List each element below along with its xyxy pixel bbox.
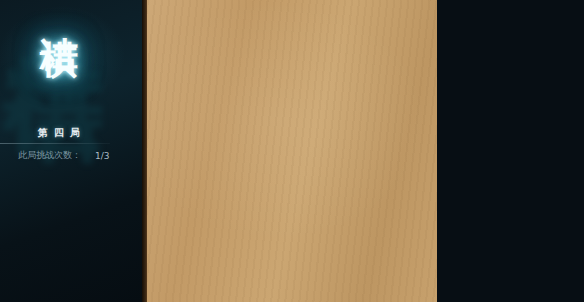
puzzle-title-calligraphy: 诘棋 — [40, 6, 78, 14]
go-board[interactable]: 312 — [142, 0, 443, 302]
challenge-attempts-label: 此局挑战次数： — [18, 149, 81, 162]
game-screen: 诘棋 诘棋 第四局 此局挑战次数： 1/3 312 诘棋 黑先杀白。 提示：刀五… — [0, 0, 584, 302]
challenge-attempts-value: 1/3 — [95, 151, 109, 161]
sidebar-divider — [0, 143, 110, 144]
round-label: 第四局 — [0, 126, 118, 140]
board-wood-surface — [147, 0, 437, 302]
challenge-attempts-row: 此局挑战次数： 1/3 — [18, 149, 122, 162]
board-left-edge — [142, 0, 147, 302]
board-right-edge — [437, 0, 443, 302]
puzzle-sidebar: 诘棋 诘棋 第四局 此局挑战次数： 1/3 — [0, 0, 142, 302]
